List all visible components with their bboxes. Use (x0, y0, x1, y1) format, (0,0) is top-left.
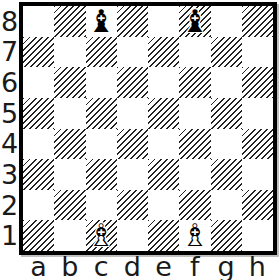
square-a2[interactable] (23, 190, 54, 221)
square-b1[interactable] (54, 220, 85, 251)
square-b8[interactable] (54, 6, 85, 37)
square-c5[interactable] (86, 98, 117, 129)
square-h4[interactable] (242, 129, 273, 160)
square-b3[interactable] (54, 159, 85, 190)
square-g3[interactable] (211, 159, 242, 190)
square-f2[interactable] (179, 190, 210, 221)
piece-outline-glyph: ♗ (87, 220, 115, 251)
square-a7[interactable] (23, 37, 54, 68)
square-f4[interactable] (179, 129, 210, 160)
square-e3[interactable] (148, 159, 179, 190)
piece-glyph: ♝ (87, 6, 115, 37)
piece-outline-glyph: ♗ (181, 220, 209, 251)
file-label-h: h (242, 253, 273, 280)
square-h2[interactable] (242, 190, 273, 221)
square-b7[interactable] (54, 37, 85, 68)
square-d7[interactable] (117, 37, 148, 68)
square-g5[interactable] (211, 98, 242, 129)
square-b2[interactable] (54, 190, 85, 221)
square-g6[interactable] (211, 67, 242, 98)
square-h8[interactable] (242, 6, 273, 37)
rank-label-5: 5 (0, 98, 19, 129)
piece-glyph: ♝ (181, 6, 209, 37)
square-e1[interactable] (148, 220, 179, 251)
file-label-g: g (211, 253, 242, 280)
rank-label-2: 2 (0, 190, 19, 221)
square-e6[interactable] (148, 67, 179, 98)
square-a5[interactable] (23, 98, 54, 129)
square-c4[interactable] (86, 129, 117, 160)
file-label-c: c (86, 253, 117, 280)
white-bishop[interactable]: ♝♗ (179, 220, 210, 251)
file-label-b: b (54, 253, 85, 280)
square-d3[interactable] (117, 159, 148, 190)
square-e4[interactable] (148, 129, 179, 160)
square-h5[interactable] (242, 98, 273, 129)
square-g1[interactable] (211, 220, 242, 251)
square-e5[interactable] (148, 98, 179, 129)
black-bishop[interactable]: ♝ (179, 6, 210, 37)
rank-labels: 87654321 (0, 6, 19, 251)
square-c1[interactable]: ♝♗ (86, 220, 117, 251)
square-d5[interactable] (117, 98, 148, 129)
square-d6[interactable] (117, 67, 148, 98)
chess-diagram: 87654321 ♝♝♝♗♝♗ abcdefgh (0, 0, 280, 280)
square-a8[interactable] (23, 6, 54, 37)
square-a4[interactable] (23, 129, 54, 160)
square-h1[interactable] (242, 220, 273, 251)
square-c3[interactable] (86, 159, 117, 190)
square-h6[interactable] (242, 67, 273, 98)
square-d8[interactable] (117, 6, 148, 37)
chess-board-frame: ♝♝♝♗♝♗ (19, 2, 277, 255)
square-c8[interactable]: ♝ (86, 6, 117, 37)
square-e7[interactable] (148, 37, 179, 68)
file-label-e: e (148, 253, 179, 280)
white-bishop[interactable]: ♝♗ (86, 220, 117, 251)
square-e2[interactable] (148, 190, 179, 221)
square-f1[interactable]: ♝♗ (179, 220, 210, 251)
square-a3[interactable] (23, 159, 54, 190)
square-d4[interactable] (117, 129, 148, 160)
square-f6[interactable] (179, 67, 210, 98)
rank-label-3: 3 (0, 159, 19, 190)
square-e8[interactable] (148, 6, 179, 37)
square-b5[interactable] (54, 98, 85, 129)
rank-label-1: 1 (0, 220, 19, 251)
file-label-a: a (23, 253, 54, 280)
rank-label-8: 8 (0, 6, 19, 37)
file-label-f: f (179, 253, 210, 280)
square-g4[interactable] (211, 129, 242, 160)
square-a1[interactable] (23, 220, 54, 251)
square-a6[interactable] (23, 67, 54, 98)
square-f5[interactable] (179, 98, 210, 129)
square-f3[interactable] (179, 159, 210, 190)
square-g7[interactable] (211, 37, 242, 68)
square-c7[interactable] (86, 37, 117, 68)
black-bishop[interactable]: ♝ (86, 6, 117, 37)
file-labels: abcdefgh (23, 253, 273, 280)
chess-board: ♝♝♝♗♝♗ (23, 6, 273, 251)
square-c6[interactable] (86, 67, 117, 98)
square-d2[interactable] (117, 190, 148, 221)
file-label-d: d (117, 253, 148, 280)
square-c2[interactable] (86, 190, 117, 221)
rank-label-6: 6 (0, 67, 19, 98)
square-h7[interactable] (242, 37, 273, 68)
square-b6[interactable] (54, 67, 85, 98)
square-f7[interactable] (179, 37, 210, 68)
square-g8[interactable] (211, 6, 242, 37)
square-f8[interactable]: ♝ (179, 6, 210, 37)
square-h3[interactable] (242, 159, 273, 190)
square-g2[interactable] (211, 190, 242, 221)
square-d1[interactable] (117, 220, 148, 251)
rank-label-7: 7 (0, 37, 19, 68)
square-b4[interactable] (54, 129, 85, 160)
rank-label-4: 4 (0, 129, 19, 160)
